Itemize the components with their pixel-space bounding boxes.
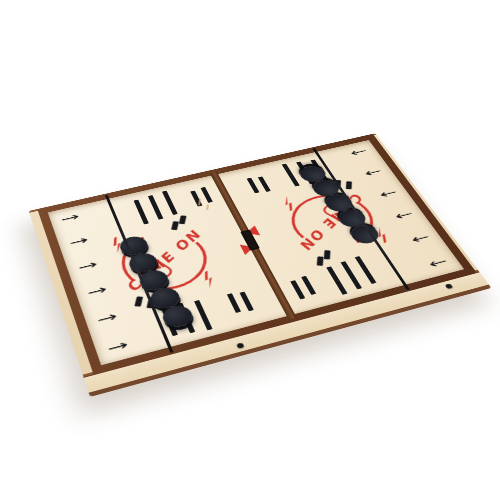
elastic-anchor-peg <box>236 342 244 348</box>
sling-puck-board: → → → → → → <box>37 134 477 375</box>
product-photo-canvas: → → → → → → <box>0 0 500 500</box>
elastic-anchor-peg <box>445 283 454 289</box>
playfield: → → → → → → <box>48 140 464 365</box>
